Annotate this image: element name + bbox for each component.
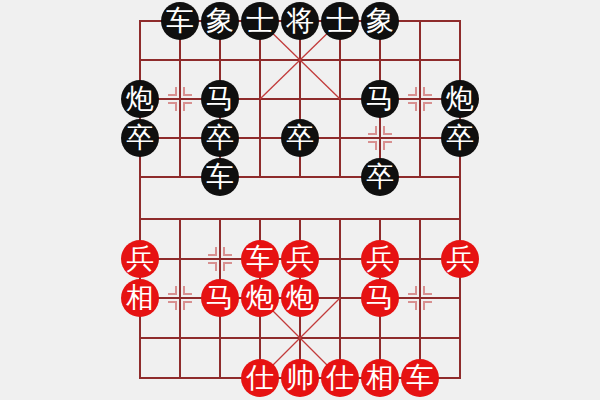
piece-glyph: 相 bbox=[366, 359, 394, 397]
piece-glyph: 卒 bbox=[286, 119, 314, 157]
piece-glyph: 马 bbox=[206, 279, 234, 317]
piece-red-chariot[interactable]: 车 bbox=[241, 240, 279, 278]
piece-black-horse[interactable]: 马 bbox=[361, 80, 399, 118]
piece-black-soldier[interactable]: 卒 bbox=[441, 119, 479, 157]
piece-red-elephant[interactable]: 相 bbox=[361, 359, 399, 397]
piece-black-general[interactable]: 将 bbox=[281, 2, 319, 40]
piece-glyph: 士 bbox=[326, 2, 354, 40]
piece-glyph: 象 bbox=[206, 2, 234, 40]
piece-glyph: 兵 bbox=[446, 240, 474, 278]
piece-black-horse[interactable]: 马 bbox=[201, 80, 239, 118]
piece-red-soldier[interactable]: 兵 bbox=[441, 240, 479, 278]
piece-black-advisor[interactable]: 士 bbox=[321, 2, 359, 40]
piece-glyph: 卒 bbox=[366, 158, 394, 196]
piece-glyph: 车 bbox=[246, 240, 274, 278]
piece-glyph: 车 bbox=[406, 359, 434, 397]
piece-red-soldier[interactable]: 兵 bbox=[361, 240, 399, 278]
piece-glyph: 炮 bbox=[246, 279, 274, 317]
piece-glyph: 卒 bbox=[206, 119, 234, 157]
piece-black-soldier[interactable]: 卒 bbox=[361, 158, 399, 196]
piece-glyph: 炮 bbox=[446, 80, 474, 118]
piece-red-chariot[interactable]: 车 bbox=[401, 359, 439, 397]
piece-red-horse[interactable]: 马 bbox=[201, 279, 239, 317]
piece-glyph: 马 bbox=[366, 279, 394, 317]
piece-glyph: 马 bbox=[206, 80, 234, 118]
piece-red-soldier[interactable]: 兵 bbox=[121, 240, 159, 278]
piece-red-elephant[interactable]: 相 bbox=[121, 279, 159, 317]
piece-glyph: 相 bbox=[126, 279, 154, 317]
piece-glyph: 卒 bbox=[446, 119, 474, 157]
piece-black-elephant[interactable]: 象 bbox=[361, 2, 399, 40]
xiangqi-board[interactable]: 车象士将士象炮马马炮卒卒卒卒车卒兵车兵兵兵相马炮炮马仕帅仕相车 bbox=[120, 1, 480, 399]
piece-glyph: 象 bbox=[366, 2, 394, 40]
piece-red-general[interactable]: 帅 bbox=[281, 359, 319, 397]
piece-red-horse[interactable]: 马 bbox=[361, 279, 399, 317]
piece-glyph: 车 bbox=[166, 2, 194, 40]
piece-glyph: 车 bbox=[206, 158, 234, 196]
piece-black-chariot[interactable]: 车 bbox=[201, 158, 239, 196]
piece-glyph: 兵 bbox=[126, 240, 154, 278]
piece-red-cannon[interactable]: 炮 bbox=[241, 279, 279, 317]
piece-glyph: 仕 bbox=[246, 359, 274, 397]
piece-glyph: 士 bbox=[246, 2, 274, 40]
piece-black-advisor[interactable]: 士 bbox=[241, 2, 279, 40]
piece-red-advisor[interactable]: 仕 bbox=[241, 359, 279, 397]
piece-black-cannon[interactable]: 炮 bbox=[121, 80, 159, 118]
piece-black-soldier[interactable]: 卒 bbox=[281, 119, 319, 157]
piece-black-chariot[interactable]: 车 bbox=[161, 2, 199, 40]
piece-red-advisor[interactable]: 仕 bbox=[321, 359, 359, 397]
piece-glyph: 仕 bbox=[326, 359, 354, 397]
piece-glyph: 帅 bbox=[286, 359, 314, 397]
piece-glyph: 将 bbox=[286, 2, 314, 40]
piece-glyph: 兵 bbox=[286, 240, 314, 278]
piece-glyph: 炮 bbox=[126, 80, 154, 118]
piece-glyph: 马 bbox=[366, 80, 394, 118]
piece-glyph: 卒 bbox=[126, 119, 154, 157]
piece-black-soldier[interactable]: 卒 bbox=[201, 119, 239, 157]
piece-red-cannon[interactable]: 炮 bbox=[281, 279, 319, 317]
xiangqi-app: 车象士将士象炮马马炮卒卒卒卒车卒兵车兵兵兵相马炮炮马仕帅仕相车 bbox=[0, 0, 600, 400]
piece-glyph: 炮 bbox=[286, 279, 314, 317]
piece-black-soldier[interactable]: 卒 bbox=[121, 119, 159, 157]
piece-red-soldier[interactable]: 兵 bbox=[281, 240, 319, 278]
piece-black-elephant[interactable]: 象 bbox=[201, 2, 239, 40]
piece-glyph: 兵 bbox=[366, 240, 394, 278]
piece-black-cannon[interactable]: 炮 bbox=[441, 80, 479, 118]
